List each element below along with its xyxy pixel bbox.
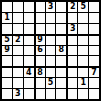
cell-r2c9-empty[interactable] <box>89 13 99 23</box>
cell-r6c4-empty[interactable] <box>35 56 45 66</box>
cell-r8c7-empty[interactable] <box>67 78 77 88</box>
cell-r5c9-empty[interactable] <box>89 46 99 56</box>
cell-r2c7-empty[interactable] <box>67 13 77 23</box>
cell-r6c5-empty[interactable] <box>46 56 56 66</box>
cell-r6c9-empty[interactable] <box>89 56 99 66</box>
cell-r1c1-empty[interactable] <box>2 2 12 12</box>
cell-r5c7-empty[interactable] <box>67 46 77 56</box>
cell-r5c4-given[interactable]: 6 <box>35 46 45 56</box>
cell-r3c2-empty[interactable] <box>13 24 23 34</box>
cell-r9c5-empty[interactable] <box>46 89 56 99</box>
cell-r8c4-empty[interactable] <box>35 78 45 88</box>
cell-r6c6-empty[interactable] <box>56 56 66 66</box>
cell-r9c4-empty[interactable] <box>35 89 45 99</box>
cell-r2c8-empty[interactable] <box>78 13 88 23</box>
cell-r1c5-given[interactable]: 3 <box>46 2 56 12</box>
cell-r4c4-given[interactable]: 9 <box>35 35 45 45</box>
cell-r3c6-empty[interactable] <box>56 24 66 34</box>
cell-r1c9-empty[interactable] <box>89 2 99 12</box>
cell-r4c8-empty[interactable] <box>78 35 88 45</box>
cell-r7c9-given[interactable]: 7 <box>89 67 99 77</box>
cell-r8c5-given[interactable]: 5 <box>46 78 56 88</box>
cell-r7c7-empty[interactable] <box>67 67 77 77</box>
cell-r8c6-empty[interactable] <box>56 78 66 88</box>
cell-r1c4-empty[interactable] <box>35 2 45 12</box>
cell-r1c6-empty[interactable] <box>56 2 66 12</box>
cell-r6c1-empty[interactable] <box>2 56 12 66</box>
cell-r4c3-empty[interactable] <box>24 35 34 45</box>
cell-r4c1-given[interactable]: 5 <box>2 35 12 45</box>
cell-r2c2-empty[interactable] <box>13 13 23 23</box>
cell-r2c1-given[interactable]: 1 <box>2 13 12 23</box>
cell-r1c3-empty[interactable] <box>24 2 34 12</box>
cell-r3c1-empty[interactable] <box>2 24 12 34</box>
cell-r9c2-given[interactable]: 3 <box>13 89 23 99</box>
cell-r2c4-empty[interactable] <box>35 13 45 23</box>
cell-r5c2-empty[interactable] <box>13 46 23 56</box>
cell-r5c5-empty[interactable] <box>46 46 56 56</box>
cell-r8c8-given[interactable]: 1 <box>78 78 88 88</box>
cell-r7c6-empty[interactable] <box>56 67 66 77</box>
cell-r9c1-empty[interactable] <box>2 89 12 99</box>
cell-r1c8-given[interactable]: 5 <box>78 2 88 12</box>
cell-r4c2-given[interactable]: 2 <box>13 35 23 45</box>
cell-r3c8-empty[interactable] <box>78 24 88 34</box>
cell-r5c6-given[interactable]: 8 <box>56 46 66 56</box>
cell-r9c6-empty[interactable] <box>56 89 66 99</box>
cell-r3c4-empty[interactable] <box>35 24 45 34</box>
sudoku-board: 32513529968487513 <box>0 0 101 101</box>
cell-r2c6-empty[interactable] <box>56 13 66 23</box>
cell-r9c9-empty[interactable] <box>89 89 99 99</box>
cell-r7c1-empty[interactable] <box>2 67 12 77</box>
cell-r5c1-given[interactable]: 9 <box>2 46 12 56</box>
cell-r9c8-empty[interactable] <box>78 89 88 99</box>
cell-r2c3-empty[interactable] <box>24 13 34 23</box>
cell-r1c7-given[interactable]: 2 <box>67 2 77 12</box>
cell-r6c7-empty[interactable] <box>67 56 77 66</box>
cell-r3c9-empty[interactable] <box>89 24 99 34</box>
cell-r7c3-given[interactable]: 4 <box>24 67 34 77</box>
cell-r4c6-empty[interactable] <box>56 35 66 45</box>
cell-r2c5-empty[interactable] <box>46 13 56 23</box>
cell-r7c4-given[interactable]: 8 <box>35 67 45 77</box>
cell-r9c7-empty[interactable] <box>67 89 77 99</box>
cell-r7c8-empty[interactable] <box>78 67 88 77</box>
cell-r7c5-empty[interactable] <box>46 67 56 77</box>
cell-r6c2-empty[interactable] <box>13 56 23 66</box>
cell-r5c3-empty[interactable] <box>24 46 34 56</box>
cell-r4c5-empty[interactable] <box>46 35 56 45</box>
cell-r4c9-empty[interactable] <box>89 35 99 45</box>
cell-r1c2-empty[interactable] <box>13 2 23 12</box>
cell-r3c5-empty[interactable] <box>46 24 56 34</box>
cell-r5c8-empty[interactable] <box>78 46 88 56</box>
cell-r8c3-empty[interactable] <box>24 78 34 88</box>
cell-r6c8-empty[interactable] <box>78 56 88 66</box>
cell-r3c3-empty[interactable] <box>24 24 34 34</box>
cell-r6c3-empty[interactable] <box>24 56 34 66</box>
cell-r3c7-given[interactable]: 3 <box>67 24 77 34</box>
cell-r8c9-empty[interactable] <box>89 78 99 88</box>
cell-r8c1-empty[interactable] <box>2 78 12 88</box>
cell-r4c7-empty[interactable] <box>67 35 77 45</box>
cell-r9c3-empty[interactable] <box>24 89 34 99</box>
cell-r8c2-empty[interactable] <box>13 78 23 88</box>
cell-r7c2-empty[interactable] <box>13 67 23 77</box>
